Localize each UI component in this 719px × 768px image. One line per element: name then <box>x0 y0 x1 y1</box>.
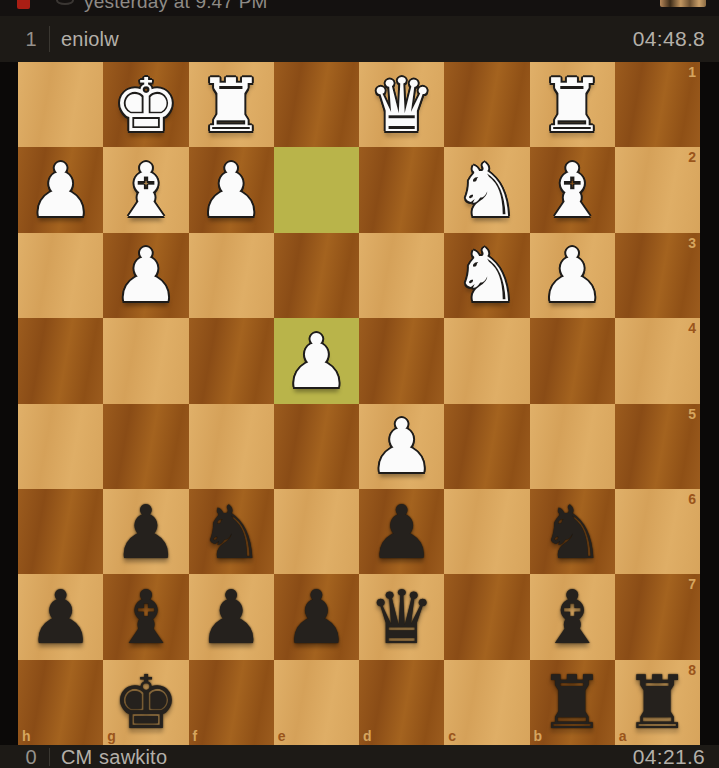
square-c7[interactable] <box>444 574 529 659</box>
rank-label-8: 8 <box>688 663 696 677</box>
square-f1[interactable]: ♜ <box>189 62 274 147</box>
white-pawn: ♟ <box>359 404 444 489</box>
square-g8[interactable]: ♚g <box>103 660 188 745</box>
white-pawn: ♟ <box>530 233 615 318</box>
chess-board[interactable]: ♚♜♛♜1♟♝♟♞♝2♟♞♟3♟4♟5♟♞♟♞6♟♝♟♟♛♝7h♚gfedc♜b… <box>18 62 700 745</box>
square-a8[interactable]: ♜8a <box>615 660 700 745</box>
square-c2[interactable]: ♞ <box>444 147 529 232</box>
rank-label-3: 3 <box>688 236 696 250</box>
player-top-name[interactable]: eniolw <box>61 28 119 51</box>
player-top-score: 1 <box>22 28 40 51</box>
square-g4[interactable] <box>103 318 188 403</box>
player-bottom-name[interactable]: sawkito <box>99 746 167 768</box>
square-d8[interactable]: d <box>359 660 444 745</box>
black-knight: ♞ <box>189 489 274 574</box>
square-h7[interactable]: ♟ <box>18 574 103 659</box>
square-b6[interactable]: ♞ <box>530 489 615 574</box>
square-b2[interactable]: ♝ <box>530 147 615 232</box>
white-rook: ♜ <box>189 62 274 147</box>
file-label-h: h <box>22 729 31 743</box>
white-pawn: ♟ <box>103 233 188 318</box>
black-bishop: ♝ <box>530 574 615 659</box>
black-pawn: ♟ <box>274 574 359 659</box>
black-pawn: ♟ <box>18 574 103 659</box>
black-bishop: ♝ <box>103 574 188 659</box>
white-knight: ♞ <box>444 233 529 318</box>
file-label-c: c <box>448 729 456 743</box>
square-g6[interactable]: ♟ <box>103 489 188 574</box>
square-e2[interactable] <box>274 147 359 232</box>
square-g2[interactable]: ♝ <box>103 147 188 232</box>
game-timestamp: yesterday at 9:47 PM <box>84 0 268 13</box>
square-h4[interactable] <box>18 318 103 403</box>
white-rook: ♜ <box>530 62 615 147</box>
black-pawn: ♟ <box>189 574 274 659</box>
square-a5[interactable]: 5 <box>615 404 700 489</box>
black-king: ♚ <box>103 660 188 745</box>
square-h3[interactable] <box>18 233 103 318</box>
square-c3[interactable]: ♞ <box>444 233 529 318</box>
square-b3[interactable]: ♟ <box>530 233 615 318</box>
white-queen: ♛ <box>359 62 444 147</box>
square-h8[interactable]: h <box>18 660 103 745</box>
file-label-b: b <box>534 729 543 743</box>
game-screen: yesterday at 9:47 PM 1 eniolw 04:48.8 ♚♜… <box>0 0 719 768</box>
square-e7[interactable]: ♟ <box>274 574 359 659</box>
square-d1[interactable]: ♛ <box>359 62 444 147</box>
square-d3[interactable] <box>359 233 444 318</box>
rank-label-6: 6 <box>688 492 696 506</box>
square-e1[interactable] <box>274 62 359 147</box>
square-d6[interactable]: ♟ <box>359 489 444 574</box>
square-a3[interactable]: 3 <box>615 233 700 318</box>
square-e6[interactable] <box>274 489 359 574</box>
cropped-glyph-icon <box>56 0 74 5</box>
black-knight: ♞ <box>530 489 615 574</box>
white-bishop: ♝ <box>103 147 188 232</box>
square-b4[interactable] <box>530 318 615 403</box>
square-d2[interactable] <box>359 147 444 232</box>
square-a6[interactable]: 6 <box>615 489 700 574</box>
square-h1[interactable] <box>18 62 103 147</box>
square-h5[interactable] <box>18 404 103 489</box>
square-g7[interactable]: ♝ <box>103 574 188 659</box>
square-c4[interactable] <box>444 318 529 403</box>
square-b8[interactable]: ♜b <box>530 660 615 745</box>
player-bottom-score: 0 <box>22 746 40 768</box>
white-king: ♚ <box>103 62 188 147</box>
rank-label-4: 4 <box>688 321 696 335</box>
white-pawn: ♟ <box>18 147 103 232</box>
rank-label-1: 1 <box>688 65 696 79</box>
cropped-corner-image <box>660 0 706 7</box>
player-top-clock: 04:48.8 <box>633 27 705 51</box>
square-g1[interactable]: ♚ <box>103 62 188 147</box>
file-label-d: d <box>363 729 372 743</box>
square-e3[interactable] <box>274 233 359 318</box>
black-pawn: ♟ <box>103 489 188 574</box>
square-f4[interactable] <box>189 318 274 403</box>
square-a1[interactable]: 1 <box>615 62 700 147</box>
square-f8[interactable]: f <box>189 660 274 745</box>
score-divider <box>49 748 50 766</box>
file-label-f: f <box>193 729 198 743</box>
square-b5[interactable] <box>530 404 615 489</box>
square-d4[interactable] <box>359 318 444 403</box>
square-f3[interactable] <box>189 233 274 318</box>
square-d7[interactable]: ♛ <box>359 574 444 659</box>
board-area: ♚♜♛♜1♟♝♟♞♝2♟♞♟3♟4♟5♟♞♟♞6♟♝♟♟♛♝7h♚gfedc♜b… <box>0 62 719 745</box>
square-g3[interactable]: ♟ <box>103 233 188 318</box>
rank-label-5: 5 <box>688 407 696 421</box>
white-pawn: ♟ <box>274 318 359 403</box>
red-status-icon <box>17 0 30 9</box>
square-d5[interactable]: ♟ <box>359 404 444 489</box>
square-g5[interactable] <box>103 404 188 489</box>
square-e4[interactable]: ♟ <box>274 318 359 403</box>
square-e8[interactable]: e <box>274 660 359 745</box>
square-f6[interactable]: ♞ <box>189 489 274 574</box>
square-f5[interactable] <box>189 404 274 489</box>
black-queen: ♛ <box>359 574 444 659</box>
square-c8[interactable]: c <box>444 660 529 745</box>
square-c1[interactable] <box>444 62 529 147</box>
black-pawn: ♟ <box>359 489 444 574</box>
score-divider <box>49 26 50 52</box>
rank-label-2: 2 <box>688 150 696 164</box>
square-b1[interactable]: ♜ <box>530 62 615 147</box>
square-h2[interactable]: ♟ <box>18 147 103 232</box>
square-f2[interactable]: ♟ <box>189 147 274 232</box>
file-label-g: g <box>107 729 116 743</box>
white-bishop: ♝ <box>530 147 615 232</box>
square-c5[interactable] <box>444 404 529 489</box>
file-label-a: a <box>619 729 627 743</box>
rank-label-7: 7 <box>688 577 696 591</box>
player-bar-top: 1 eniolw 04:48.8 <box>0 16 719 62</box>
player-bottom-clock: 04:21.6 <box>633 745 705 768</box>
square-a4[interactable]: 4 <box>615 318 700 403</box>
square-a2[interactable]: 2 <box>615 147 700 232</box>
square-h6[interactable] <box>18 489 103 574</box>
white-knight: ♞ <box>444 147 529 232</box>
square-e5[interactable] <box>274 404 359 489</box>
white-pawn: ♟ <box>189 147 274 232</box>
square-b7[interactable]: ♝ <box>530 574 615 659</box>
black-rook: ♜ <box>530 660 615 745</box>
square-c6[interactable] <box>444 489 529 574</box>
square-f7[interactable]: ♟ <box>189 574 274 659</box>
player-bar-bottom: 0 CM sawkito 04:21.6 <box>0 745 719 768</box>
file-label-e: e <box>278 729 286 743</box>
square-a7[interactable]: 7 <box>615 574 700 659</box>
timestamp-bar: yesterday at 9:47 PM <box>0 0 719 16</box>
player-bottom-title: CM <box>61 746 92 768</box>
black-rook: ♜ <box>615 660 700 745</box>
